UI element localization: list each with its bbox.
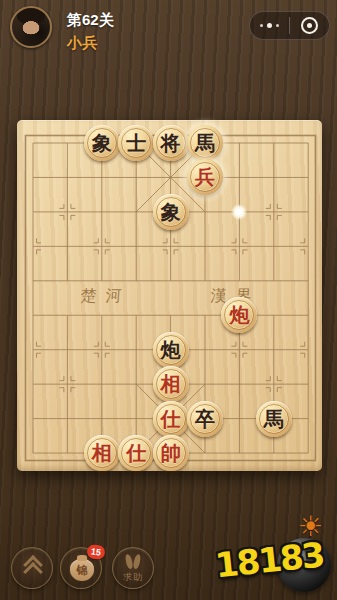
wechat-capsule [249, 11, 330, 40]
bag-label: 锦 [77, 563, 88, 578]
help-label: 求助 [113, 571, 153, 584]
level-label: 第62关 [67, 11, 114, 30]
watermark-18183: ☀ 18183 [215, 518, 333, 592]
avatar [10, 6, 52, 48]
praying-hands-icon [124, 554, 142, 570]
piece-black-soldier[interactable]: 卒 [187, 401, 223, 437]
chevron-up-icon [23, 558, 41, 576]
more-dots-icon [260, 24, 263, 27]
river-label-left: 楚河 [63, 286, 138, 307]
piece-black-horse[interactable]: 馬 [187, 125, 223, 161]
piece-red-advisor[interactable]: 仕 [153, 401, 189, 437]
piece-red-general[interactable]: 帥 [153, 435, 189, 471]
piece-red-elephant[interactable]: 相 [153, 366, 189, 402]
header: 第62关 小兵 [0, 0, 337, 58]
circle-target-icon [301, 17, 318, 34]
piece-black-elephant[interactable]: 象 [84, 125, 120, 161]
hint-bag-button[interactable]: 锦 15 [60, 547, 102, 589]
piece-black-horse[interactable]: 馬 [256, 401, 292, 437]
more-button[interactable] [250, 12, 289, 39]
close-button[interactable] [290, 12, 329, 39]
collapse-button[interactable] [11, 547, 53, 589]
app-screen: 第62关 小兵 楚河 漢界 象士将馬兵象炮炮相仕卒馬相仕帥 锦 15 求助 [0, 0, 337, 600]
level-subtitle: 小兵 [67, 34, 114, 53]
piece-black-general[interactable]: 将 [153, 125, 189, 161]
piece-red-advisor[interactable]: 仕 [118, 435, 154, 471]
piece-red-elephant[interactable]: 相 [84, 435, 120, 471]
xiangqi-board[interactable]: 楚河 漢界 象士将馬兵象炮炮相仕卒馬相仕帥 [17, 120, 322, 471]
piece-black-advisor[interactable]: 士 [118, 125, 154, 161]
piece-black-elephant[interactable]: 象 [153, 194, 189, 230]
help-button[interactable]: 求助 [112, 547, 154, 589]
badge-count: 15 [86, 544, 106, 560]
money-bag-icon: 锦 [70, 559, 94, 581]
piece-black-cannon[interactable]: 炮 [153, 332, 189, 368]
level-info: 第62关 小兵 [67, 11, 114, 53]
